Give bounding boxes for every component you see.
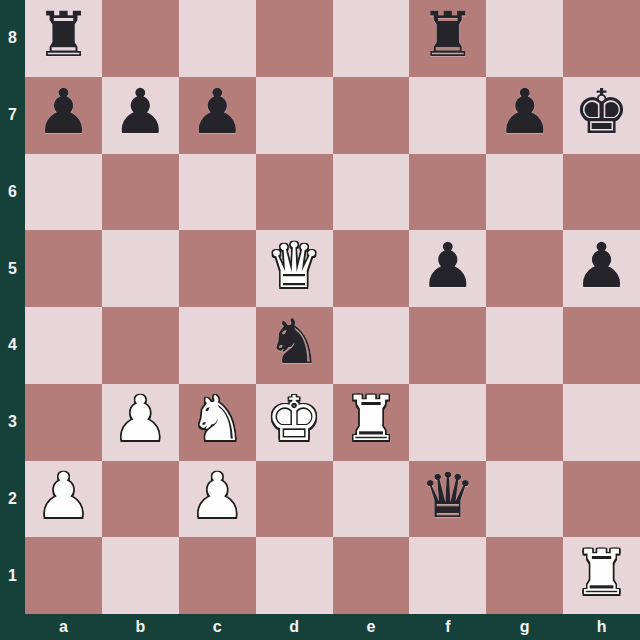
square-d3[interactable]: ♚ [256, 384, 333, 461]
square-h6[interactable] [563, 154, 640, 231]
piece-white-queen[interactable]: ♛ [266, 235, 322, 297]
square-c5[interactable] [179, 230, 256, 307]
file-label-b: b [102, 614, 179, 640]
file-label-h: h [563, 614, 640, 640]
square-h8[interactable] [563, 0, 640, 77]
file-labels: abcdefgh [25, 614, 640, 640]
file-label-a: a [25, 614, 102, 640]
square-a6[interactable] [25, 154, 102, 231]
rank-label-1: 1 [0, 537, 25, 614]
square-e5[interactable] [333, 230, 410, 307]
square-g8[interactable] [486, 0, 563, 77]
square-d2[interactable] [256, 461, 333, 538]
rank-label-2: 2 [0, 461, 25, 538]
piece-white-pawn[interactable]: ♟ [36, 465, 92, 527]
square-h2[interactable] [563, 461, 640, 538]
square-a4[interactable] [25, 307, 102, 384]
square-b8[interactable] [102, 0, 179, 77]
square-c3[interactable]: ♞ [179, 384, 256, 461]
rank-label-8: 8 [0, 0, 25, 77]
square-h1[interactable]: ♜ [563, 537, 640, 614]
piece-black-pawn[interactable]: ♟ [113, 81, 169, 143]
square-b3[interactable]: ♟ [102, 384, 179, 461]
square-f8[interactable]: ♜ [409, 0, 486, 77]
file-label-f: f [409, 614, 486, 640]
piece-black-rook[interactable]: ♜ [420, 4, 476, 66]
chess-board: ♜♜♟♟♟♟♚♛♟♟♞♟♞♚♜♟♟♛♜ [25, 0, 640, 614]
square-a1[interactable] [25, 537, 102, 614]
square-f3[interactable] [409, 384, 486, 461]
square-e7[interactable] [333, 77, 410, 154]
square-c4[interactable] [179, 307, 256, 384]
piece-black-pawn[interactable]: ♟ [36, 81, 92, 143]
square-c2[interactable]: ♟ [179, 461, 256, 538]
square-b7[interactable]: ♟ [102, 77, 179, 154]
square-a8[interactable]: ♜ [25, 0, 102, 77]
board-frame: 87654321 ♜♜♟♟♟♟♚♛♟♟♞♟♞♚♜♟♟♛♜ abcdefgh [0, 0, 640, 640]
square-e8[interactable] [333, 0, 410, 77]
rank-label-6: 6 [0, 154, 25, 231]
square-g3[interactable] [486, 384, 563, 461]
square-b6[interactable] [102, 154, 179, 231]
piece-black-pawn[interactable]: ♟ [497, 81, 553, 143]
square-h7[interactable]: ♚ [563, 77, 640, 154]
square-b4[interactable] [102, 307, 179, 384]
square-e1[interactable] [333, 537, 410, 614]
square-d1[interactable] [256, 537, 333, 614]
square-h4[interactable] [563, 307, 640, 384]
square-g5[interactable] [486, 230, 563, 307]
square-c8[interactable] [179, 0, 256, 77]
square-d8[interactable] [256, 0, 333, 77]
square-g7[interactable]: ♟ [486, 77, 563, 154]
piece-black-knight[interactable]: ♞ [266, 311, 322, 373]
piece-black-king[interactable]: ♚ [574, 81, 630, 143]
file-label-e: e [333, 614, 410, 640]
square-b5[interactable] [102, 230, 179, 307]
square-f6[interactable] [409, 154, 486, 231]
square-a7[interactable]: ♟ [25, 77, 102, 154]
square-e4[interactable] [333, 307, 410, 384]
square-f7[interactable] [409, 77, 486, 154]
square-c6[interactable] [179, 154, 256, 231]
rank-label-7: 7 [0, 77, 25, 154]
square-g6[interactable] [486, 154, 563, 231]
square-c7[interactable]: ♟ [179, 77, 256, 154]
rank-labels: 87654321 [0, 0, 25, 614]
rank-label-4: 4 [0, 307, 25, 384]
square-b1[interactable] [102, 537, 179, 614]
square-f5[interactable]: ♟ [409, 230, 486, 307]
square-h5[interactable]: ♟ [563, 230, 640, 307]
square-d4[interactable]: ♞ [256, 307, 333, 384]
piece-black-pawn[interactable]: ♟ [574, 235, 630, 297]
square-e3[interactable]: ♜ [333, 384, 410, 461]
square-d7[interactable] [256, 77, 333, 154]
file-label-d: d [256, 614, 333, 640]
square-e6[interactable] [333, 154, 410, 231]
piece-white-king[interactable]: ♚ [266, 388, 322, 450]
square-g1[interactable] [486, 537, 563, 614]
rank-label-5: 5 [0, 230, 25, 307]
piece-white-knight[interactable]: ♞ [189, 388, 245, 450]
square-f2[interactable]: ♛ [409, 461, 486, 538]
square-e2[interactable] [333, 461, 410, 538]
piece-white-pawn[interactable]: ♟ [113, 388, 169, 450]
piece-white-pawn[interactable]: ♟ [189, 465, 245, 527]
piece-black-pawn[interactable]: ♟ [189, 81, 245, 143]
piece-white-rook[interactable]: ♜ [343, 388, 399, 450]
square-c1[interactable] [179, 537, 256, 614]
file-label-c: c [179, 614, 256, 640]
square-d6[interactable] [256, 154, 333, 231]
square-f1[interactable] [409, 537, 486, 614]
square-d5[interactable]: ♛ [256, 230, 333, 307]
square-a3[interactable] [25, 384, 102, 461]
piece-black-pawn[interactable]: ♟ [420, 235, 476, 297]
square-g4[interactable] [486, 307, 563, 384]
rank-label-3: 3 [0, 384, 25, 461]
square-h3[interactable] [563, 384, 640, 461]
piece-black-rook[interactable]: ♜ [36, 4, 92, 66]
square-a5[interactable] [25, 230, 102, 307]
square-b2[interactable] [102, 461, 179, 538]
file-label-g: g [486, 614, 563, 640]
square-f4[interactable] [409, 307, 486, 384]
piece-black-queen[interactable]: ♛ [420, 465, 476, 527]
square-a2[interactable]: ♟ [25, 461, 102, 538]
piece-white-rook[interactable]: ♜ [574, 542, 630, 604]
square-g2[interactable] [486, 461, 563, 538]
